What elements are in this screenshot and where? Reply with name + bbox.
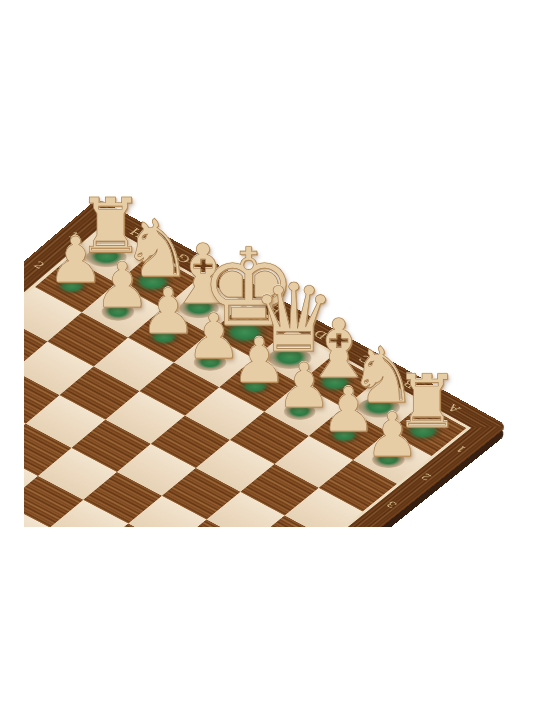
pieces-layer: ♜♞♟♝♟♚♟♛♟♝♟♞♟♜♟♟ bbox=[24, 0, 540, 527]
product-photo-stage: HHGGFFEEDDCCBBAA1122334455667788 ♜♞♟♝♟♚♟… bbox=[0, 0, 540, 720]
photo-crop-window: HHGGFFEEDDCCBBAA1122334455667788 ♜♞♟♝♟♚♟… bbox=[24, 0, 540, 527]
piece-white-pawn-a2: ♟ bbox=[365, 404, 420, 465]
